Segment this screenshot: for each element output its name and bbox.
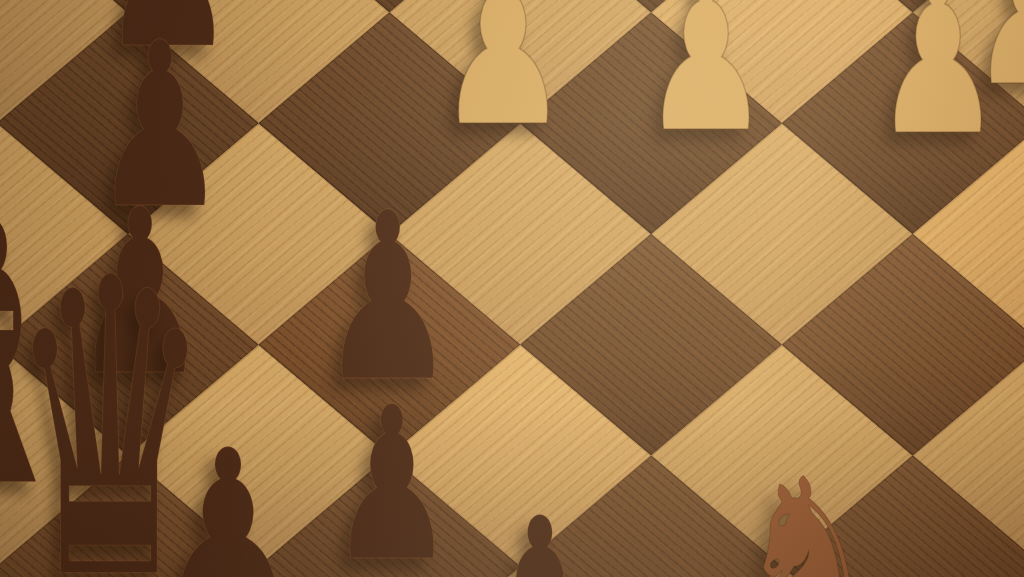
- black-knight[interactable]: ♞: [738, 454, 878, 577]
- black-pawn[interactable]: ♟: [154, 420, 301, 577]
- black-pawn[interactable]: ♟: [471, 488, 610, 577]
- white-pawn[interactable]: ♟: [642, 0, 771, 163]
- white-pawn[interactable]: ♟: [874, 0, 1003, 166]
- white-pawn[interactable]: ♟: [436, 0, 569, 158]
- chess-photo-scene: ♟♟♟♟♟♟♟♟♟♟♟♛♝♞ chess: [0, 0, 1024, 577]
- black-pawn[interactable]: ♟: [329, 379, 454, 577]
